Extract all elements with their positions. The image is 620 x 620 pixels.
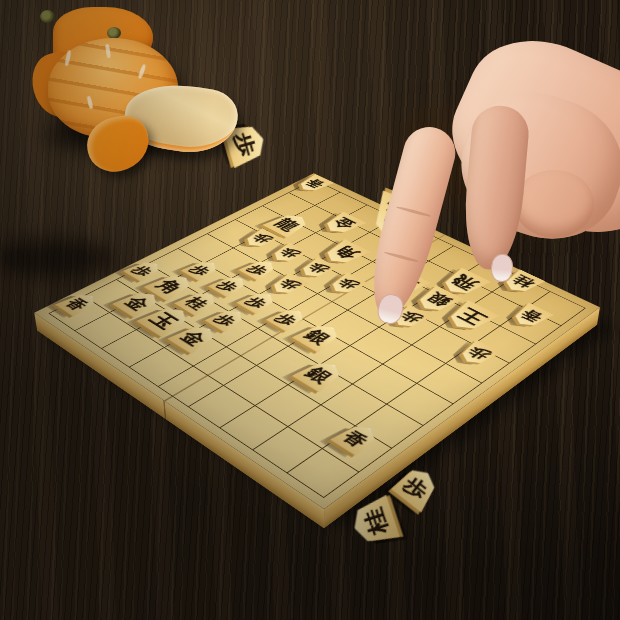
fold-notch [163, 400, 166, 420]
peeled-mandarin-group [25, 5, 240, 180]
piece-kanji: 桂 [361, 506, 390, 538]
shogi-piece-sente-歩[interactable]: 歩 [266, 306, 311, 332]
piece-kanji: 桂 [183, 295, 212, 311]
piece-kanji: 香 [518, 308, 545, 324]
piece-kanji: 歩 [401, 473, 431, 503]
shogi-piece-sente-銀[interactable]: 銀 [292, 357, 349, 392]
shogi-piece-gote-歩[interactable]: 歩 [455, 339, 501, 367]
shogi-piece-gote-歩[interactable]: 歩 [325, 272, 368, 296]
shogi-piece-gote-金[interactable]: 金 [319, 211, 367, 236]
shogi-piece-gote-香[interactable]: 香 [294, 174, 334, 194]
shogi-piece-gote-香[interactable]: 香 [508, 303, 554, 330]
curled-fingers [514, 170, 594, 238]
shogi-piece-gote-歩[interactable]: 歩 [267, 242, 309, 264]
shogi-piece-sente-香[interactable]: 香 [330, 421, 383, 456]
shogi-piece-sente-銀[interactable]: 銀 [292, 320, 347, 352]
